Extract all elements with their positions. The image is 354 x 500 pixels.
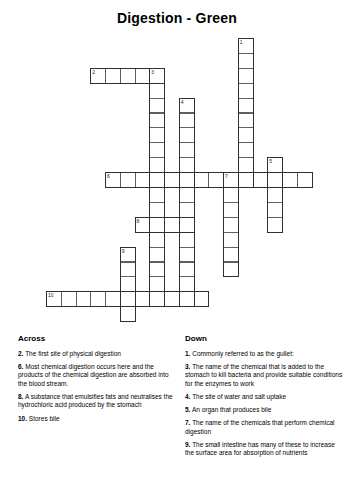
grid-cell[interactable] — [105, 172, 121, 188]
grid-cell[interactable] — [223, 247, 239, 263]
grid-cell[interactable] — [179, 232, 195, 248]
grid-cell[interactable] — [90, 68, 106, 84]
grid-cell[interactable] — [238, 127, 254, 143]
page-title: Digestion - Green — [0, 10, 354, 26]
clue-text: The site of water and salt uptake — [192, 393, 286, 400]
clue-down-5: 5. An organ that produces bile — [185, 406, 343, 415]
clue-number: 4. — [185, 393, 190, 400]
grid-cell[interactable] — [267, 187, 283, 203]
grid-cell[interactable] — [297, 172, 313, 188]
clue-down-9: 9. The small intestine has many of these… — [185, 441, 343, 458]
grid-cell[interactable] — [149, 217, 165, 233]
grid-cell[interactable] — [238, 157, 254, 173]
grid-cell[interactable] — [135, 172, 151, 188]
clue-across-2: 2. The first site of physical digestion — [18, 350, 176, 359]
grid-cell[interactable] — [267, 217, 283, 233]
clue-across-8: 8. A substance that emulsifies fats and … — [18, 393, 176, 410]
grid-cell[interactable] — [135, 217, 151, 233]
grid-cell[interactable] — [149, 142, 165, 158]
clue-number: 8. — [18, 393, 23, 400]
grid-cell[interactable] — [164, 291, 180, 307]
clue-number: 5. — [185, 406, 190, 413]
grid-cell[interactable] — [61, 291, 77, 307]
grid-cell[interactable] — [223, 262, 239, 278]
clue-down-7: 7. The name of the chemicals that perfor… — [185, 419, 343, 436]
clue-down-3: 3. The name of the chemical that is adde… — [185, 363, 343, 389]
grid-cell[interactable] — [164, 172, 180, 188]
grid-cell[interactable] — [46, 291, 62, 307]
clue-text: Most chemical digestion occurs here and … — [18, 363, 169, 387]
grid-cell[interactable] — [120, 291, 136, 307]
down-header: Down — [185, 334, 343, 345]
worksheet-page: Digestion - Green 12345678910 Across 2. … — [0, 0, 354, 500]
crossword-grid: 12345678910 — [46, 38, 313, 323]
grid-cell[interactable] — [179, 127, 195, 143]
clue-number: 1. — [185, 350, 190, 357]
grid-cell[interactable] — [149, 247, 165, 263]
grid-cell[interactable] — [238, 68, 254, 84]
clue-text: A substance that emulsifies fats and neu… — [18, 393, 173, 409]
grid-cell[interactable] — [76, 291, 92, 307]
clue-text: Commonly referred to as the gullet: — [192, 350, 294, 357]
grid-cell[interactable] — [238, 83, 254, 99]
grid-cell[interactable] — [179, 187, 195, 203]
grid-cell[interactable] — [179, 291, 195, 307]
clue-number: 2. — [18, 350, 23, 357]
grid-cell[interactable] — [149, 127, 165, 143]
clue-number: 10. — [18, 415, 27, 422]
grid-cell[interactable] — [149, 98, 165, 114]
grid-cell[interactable] — [194, 291, 210, 307]
grid-cell[interactable] — [238, 98, 254, 114]
grid-cell[interactable] — [149, 113, 165, 129]
grid-cell[interactable] — [149, 232, 165, 248]
grid-cell[interactable] — [253, 172, 269, 188]
grid-cell[interactable] — [120, 306, 136, 322]
grid-cell[interactable] — [179, 98, 195, 114]
clue-number: 9. — [185, 441, 190, 448]
grid-cell[interactable] — [282, 172, 298, 188]
grid-cell[interactable] — [179, 247, 195, 263]
grid-cell[interactable] — [149, 187, 165, 203]
clue-text: The small intestine has many of these to… — [185, 441, 335, 457]
grid-cell[interactable] — [105, 68, 121, 84]
grid-cell[interactable] — [179, 113, 195, 129]
grid-cell[interactable] — [179, 262, 195, 278]
grid-cell[interactable] — [194, 172, 210, 188]
grid-cell[interactable] — [179, 202, 195, 218]
grid-cell[interactable] — [223, 217, 239, 233]
grid-cell[interactable] — [135, 68, 151, 84]
grid-cell[interactable] — [105, 291, 121, 307]
grid-cell[interactable] — [149, 291, 165, 307]
grid-cell[interactable] — [149, 83, 165, 99]
grid-cell[interactable] — [179, 217, 195, 233]
clue-text: The first site of physical digestion — [25, 350, 121, 357]
grid-cell[interactable] — [223, 172, 239, 188]
grid-cell[interactable] — [120, 262, 136, 278]
grid-cell[interactable] — [179, 172, 195, 188]
clue-across-6: 6. Most chemical digestion occurs here a… — [18, 363, 176, 389]
grid-cell[interactable] — [135, 291, 151, 307]
grid-cell[interactable] — [120, 172, 136, 188]
clue-across-10: 10. Stores bile — [18, 415, 176, 424]
clue-number: 7. — [185, 419, 190, 426]
grid-cell[interactable] — [238, 142, 254, 158]
grid-cell[interactable] — [90, 291, 106, 307]
grid-cell[interactable] — [238, 53, 254, 69]
grid-cell[interactable] — [238, 172, 254, 188]
clue-number: 6. — [18, 363, 23, 370]
grid-cell[interactable] — [149, 157, 165, 173]
grid-cell[interactable] — [179, 157, 195, 173]
grid-cell[interactable] — [223, 202, 239, 218]
grid-cell[interactable] — [223, 187, 239, 203]
grid-cell[interactable] — [267, 172, 283, 188]
grid-cell[interactable] — [238, 113, 254, 129]
grid-cell[interactable] — [267, 157, 283, 173]
clue-text: Stores bile — [29, 415, 60, 422]
grid-cell[interactable] — [149, 202, 165, 218]
clue-down-4: 4. The site of water and salt uptake — [185, 393, 343, 402]
grid-cell[interactable] — [179, 142, 195, 158]
down-clues: Down 1. Commonly referred to as the gull… — [185, 334, 343, 462]
clue-text: An organ that produces bile — [192, 406, 272, 413]
clue-down-1: 1. Commonly referred to as the gullet: — [185, 350, 343, 359]
grid-cell[interactable] — [267, 202, 283, 218]
clue-text: The name of the chemical that is added t… — [185, 363, 342, 387]
grid-cell[interactable] — [120, 247, 136, 263]
across-clues: Across 2. The first site of physical dig… — [18, 334, 176, 428]
grid-cell[interactable] — [238, 38, 254, 54]
grid-cell[interactable] — [208, 172, 224, 188]
grid-cell[interactable] — [223, 232, 239, 248]
grid-cell[interactable] — [179, 276, 195, 292]
grid-cell[interactable] — [149, 276, 165, 292]
grid-cell[interactable] — [149, 172, 165, 188]
grid-cell[interactable] — [120, 276, 136, 292]
grid-cell[interactable] — [149, 68, 165, 84]
across-header: Across — [18, 334, 176, 345]
clue-number: 3. — [185, 363, 190, 370]
grid-cell[interactable] — [120, 68, 136, 84]
grid-cell[interactable] — [164, 217, 180, 233]
grid-cell[interactable] — [149, 262, 165, 278]
clue-text: The name of the chemicals that perform c… — [185, 419, 334, 435]
